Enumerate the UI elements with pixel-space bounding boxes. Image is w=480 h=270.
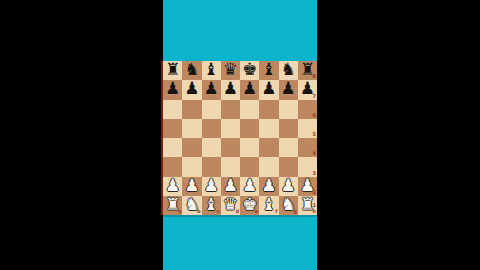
rank-coordinate-4: 4 <box>313 151 316 156</box>
piece-white-pawn[interactable]: ♟ <box>223 177 238 194</box>
square-f2[interactable]: ♟ <box>259 177 278 196</box>
piece-black-queen[interactable]: ♛ <box>223 61 238 78</box>
square-a7[interactable]: ♟ <box>163 80 182 99</box>
square-h8[interactable]: ♜8 <box>298 61 317 80</box>
piece-white-pawn[interactable]: ♟ <box>204 177 219 194</box>
piece-white-king[interactable]: ♚ <box>242 196 257 213</box>
piece-black-knight[interactable]: ♞ <box>184 61 199 78</box>
piece-black-bishop[interactable]: ♝ <box>261 61 276 78</box>
piece-black-pawn[interactable]: ♟ <box>165 80 180 97</box>
square-g2[interactable]: ♟ <box>279 177 298 196</box>
piece-black-pawn[interactable]: ♟ <box>261 80 276 97</box>
piece-white-pawn[interactable]: ♟ <box>281 177 296 194</box>
square-h7[interactable]: ♟7 <box>298 80 317 99</box>
square-b4[interactable] <box>182 138 201 157</box>
square-b2[interactable]: ♟ <box>182 177 201 196</box>
piece-white-bishop[interactable]: ♝ <box>261 196 276 213</box>
piece-white-knight[interactable]: ♞ <box>281 196 296 213</box>
square-d7[interactable]: ♟ <box>221 80 240 99</box>
square-b6[interactable] <box>182 100 201 119</box>
square-c6[interactable] <box>202 100 221 119</box>
square-d4[interactable] <box>221 138 240 157</box>
piece-black-rook[interactable]: ♜ <box>165 61 180 78</box>
square-d5[interactable] <box>221 119 240 138</box>
square-a2[interactable]: ♟ <box>163 177 182 196</box>
video-screenshot: ♜♞♝♛♚♝♞♜8♟♟♟♟♟♟♟♟76543♟♟♟♟♟♟♟♟2♜a♞b♝c♛d♚… <box>0 0 480 270</box>
video-frame: ♜♞♝♛♚♝♞♜8♟♟♟♟♟♟♟♟76543♟♟♟♟♟♟♟♟2♜a♞b♝c♛d♚… <box>163 0 317 270</box>
square-c2[interactable]: ♟ <box>202 177 221 196</box>
square-e2[interactable]: ♟ <box>240 177 259 196</box>
piece-black-pawn[interactable]: ♟ <box>223 80 238 97</box>
square-d6[interactable] <box>221 100 240 119</box>
piece-black-rook[interactable]: ♜ <box>300 61 315 78</box>
piece-black-pawn[interactable]: ♟ <box>242 80 257 97</box>
square-f8[interactable]: ♝ <box>259 61 278 80</box>
square-d1[interactable]: ♛d <box>221 196 240 215</box>
piece-black-knight[interactable]: ♞ <box>281 61 296 78</box>
piece-white-queen[interactable]: ♛ <box>223 196 238 213</box>
square-a5[interactable] <box>163 119 182 138</box>
square-c3[interactable] <box>202 157 221 176</box>
piece-black-pawn[interactable]: ♟ <box>184 80 199 97</box>
square-e7[interactable]: ♟ <box>240 80 259 99</box>
square-d2[interactable]: ♟ <box>221 177 240 196</box>
piece-white-knight[interactable]: ♞ <box>184 196 199 213</box>
piece-white-rook[interactable]: ♜ <box>165 196 180 213</box>
square-h6[interactable]: 6 <box>298 100 317 119</box>
square-e3[interactable] <box>240 157 259 176</box>
piece-white-pawn[interactable]: ♟ <box>242 177 257 194</box>
piece-white-pawn[interactable]: ♟ <box>300 177 315 194</box>
square-f4[interactable] <box>259 138 278 157</box>
piece-white-pawn[interactable]: ♟ <box>184 177 199 194</box>
square-c8[interactable]: ♝ <box>202 61 221 80</box>
square-d3[interactable] <box>221 157 240 176</box>
letterbox-right <box>317 0 480 270</box>
square-h5[interactable]: 5 <box>298 119 317 138</box>
piece-white-pawn[interactable]: ♟ <box>165 177 180 194</box>
square-e4[interactable] <box>240 138 259 157</box>
square-g3[interactable] <box>279 157 298 176</box>
square-g8[interactable]: ♞ <box>279 61 298 80</box>
square-a4[interactable] <box>163 138 182 157</box>
square-c1[interactable]: ♝c <box>202 196 221 215</box>
board-bottom-seam <box>163 215 317 217</box>
rank-coordinate-5: 5 <box>313 132 316 137</box>
square-f6[interactable] <box>259 100 278 119</box>
square-e5[interactable] <box>240 119 259 138</box>
square-b7[interactable]: ♟ <box>182 80 201 99</box>
square-e8[interactable]: ♚ <box>240 61 259 80</box>
square-h1[interactable]: ♜h1 <box>298 196 317 215</box>
piece-black-pawn[interactable]: ♟ <box>281 80 296 97</box>
square-g4[interactable] <box>279 138 298 157</box>
square-b3[interactable] <box>182 157 201 176</box>
piece-black-king[interactable]: ♚ <box>242 61 257 78</box>
piece-white-pawn[interactable]: ♟ <box>261 177 276 194</box>
square-a8[interactable]: ♜ <box>163 61 182 80</box>
square-c5[interactable] <box>202 119 221 138</box>
rank-coordinate-6: 6 <box>313 113 316 118</box>
square-b1[interactable]: ♞b <box>182 196 201 215</box>
square-f5[interactable] <box>259 119 278 138</box>
square-d8[interactable]: ♛ <box>221 61 240 80</box>
square-g6[interactable] <box>279 100 298 119</box>
square-h4[interactable]: 4 <box>298 138 317 157</box>
square-g1[interactable]: ♞g <box>279 196 298 215</box>
piece-black-bishop[interactable]: ♝ <box>204 61 219 78</box>
square-c7[interactable]: ♟ <box>202 80 221 99</box>
square-a1[interactable]: ♜a <box>163 196 182 215</box>
square-e1[interactable]: ♚e <box>240 196 259 215</box>
piece-black-pawn[interactable]: ♟ <box>300 80 315 97</box>
chess-board[interactable]: ♜♞♝♛♚♝♞♜8♟♟♟♟♟♟♟♟76543♟♟♟♟♟♟♟♟2♜a♞b♝c♛d♚… <box>163 61 317 215</box>
square-f1[interactable]: ♝f <box>259 196 278 215</box>
square-b8[interactable]: ♞ <box>182 61 201 80</box>
square-b5[interactable] <box>182 119 201 138</box>
square-c4[interactable] <box>202 138 221 157</box>
letterbox-left <box>0 0 163 270</box>
square-f7[interactable]: ♟ <box>259 80 278 99</box>
piece-black-pawn[interactable]: ♟ <box>204 80 219 97</box>
square-f3[interactable] <box>259 157 278 176</box>
square-e6[interactable] <box>240 100 259 119</box>
piece-white-rook[interactable]: ♜ <box>300 196 315 213</box>
square-h2[interactable]: ♟2 <box>298 177 317 196</box>
square-g7[interactable]: ♟ <box>279 80 298 99</box>
square-a6[interactable] <box>163 100 182 119</box>
square-g5[interactable] <box>279 119 298 138</box>
square-a3[interactable] <box>163 157 182 176</box>
piece-white-bishop[interactable]: ♝ <box>204 196 219 213</box>
square-h3[interactable]: 3 <box>298 157 317 176</box>
